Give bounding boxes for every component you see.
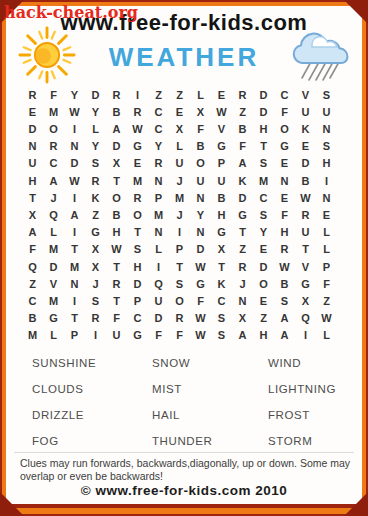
grid-cell-r9c14[interactable]: U: [295, 224, 316, 241]
grid-cell-r9c1[interactable]: A: [22, 224, 43, 241]
grid-cell-r4c5[interactable]: D: [106, 138, 127, 155]
grid-cell-r4c6[interactable]: G: [127, 138, 148, 155]
grid-cell-r1c4[interactable]: D: [85, 86, 106, 103]
grid-cell-r13c3[interactable]: I: [64, 292, 85, 309]
grid-cell-r11c10[interactable]: T: [211, 258, 232, 275]
grid-cell-r15c9[interactable]: W: [190, 327, 211, 344]
word-list-column-2: SNOWMISTHAILTHUNDER: [152, 350, 268, 454]
grid-cell-r15c1[interactable]: M: [22, 327, 43, 344]
grid-cell-r10c7[interactable]: L: [148, 241, 169, 258]
grid-cell-r5c11[interactable]: A: [232, 155, 253, 172]
grid-cell-r12c10[interactable]: K: [211, 275, 232, 292]
grid-cell-r12c5[interactable]: R: [106, 275, 127, 292]
grid-cell-r8c6[interactable]: O: [127, 206, 148, 223]
grid-cell-r13c1[interactable]: C: [22, 292, 43, 309]
word-list-column-1: SUNSHINECLOUDSDRIZZLEFOG: [32, 350, 152, 454]
grid-cell-r8c1[interactable]: X: [22, 206, 43, 223]
word-list-column-3: WINDLIGHTNINGFROSTSTORM: [268, 350, 352, 454]
grid-cell-r12c1[interactable]: Z: [22, 275, 43, 292]
grid-cell-r5c2[interactable]: C: [43, 155, 64, 172]
grid-cell-r14c7[interactable]: D: [148, 310, 169, 327]
word-fog: FOG: [32, 428, 152, 454]
grid-cell-r9c3[interactable]: I: [64, 224, 85, 241]
grid-cell-r11c3[interactable]: M: [64, 258, 85, 275]
grid-cell-r11c8[interactable]: T: [169, 258, 190, 275]
grid-cell-r9c10[interactable]: G: [211, 224, 232, 241]
grid-cell-r1c2[interactable]: F: [43, 86, 64, 103]
grid-cell-r10c6[interactable]: S: [127, 241, 148, 258]
grid-cell-r10c12[interactable]: E: [253, 241, 274, 258]
grid-cell-r2c14[interactable]: U: [295, 103, 316, 120]
grid-cell-r12c12[interactable]: O: [253, 275, 274, 292]
grid-cell-r9c12[interactable]: Y: [253, 224, 274, 241]
grid-cell-r15c10[interactable]: S: [211, 327, 232, 344]
word-wind: WIND: [268, 350, 352, 376]
grid-cell-r7c2[interactable]: J: [43, 189, 64, 206]
grid-cell-r14c4[interactable]: R: [85, 310, 106, 327]
grid-cell-r2c4[interactable]: Y: [85, 103, 106, 120]
grid-cell-r8c5[interactable]: B: [106, 206, 127, 223]
grid-cell-r7c7[interactable]: P: [148, 189, 169, 206]
grid-cell-r7c9[interactable]: N: [190, 189, 211, 206]
grid-cell-r3c14[interactable]: K: [295, 120, 316, 137]
framed-page: www.free-for-kids.com WEATHER: [0, 0, 368, 516]
grid-cell-r1c1[interactable]: R: [22, 86, 43, 103]
grid-cell-r12c13[interactable]: B: [274, 275, 295, 292]
grid-cell-r2c10[interactable]: W: [211, 103, 232, 120]
corner-fold-bottom-left: [0, 492, 24, 516]
grid-cell-r10c8[interactable]: P: [169, 241, 190, 258]
grid-cell-r14c6[interactable]: C: [127, 310, 148, 327]
word-storm: STORM: [268, 428, 352, 454]
grid-cell-r8c13[interactable]: F: [274, 206, 295, 223]
grid-cell-r2c2[interactable]: M: [43, 103, 64, 120]
grid-cell-r7c12[interactable]: C: [253, 189, 274, 206]
grid-cell-r9c13[interactable]: H: [274, 224, 295, 241]
grid-cell-r6c4[interactable]: R: [85, 172, 106, 189]
grid-cell-r14c5[interactable]: F: [106, 310, 127, 327]
grid-cell-r3c4[interactable]: L: [85, 120, 106, 137]
grid-cell-r5c4[interactable]: S: [85, 155, 106, 172]
grid-cell-r3c6[interactable]: W: [127, 120, 148, 137]
grid-cell-r8c11[interactable]: G: [232, 206, 253, 223]
grid-cell-r8c4[interactable]: Z: [85, 206, 106, 223]
grid-cell-r3c3[interactable]: I: [64, 120, 85, 137]
grid-cell-r8c15[interactable]: E: [316, 206, 337, 223]
grid-cell-r1c15[interactable]: S: [316, 86, 337, 103]
grid-cell-r12c3[interactable]: N: [64, 275, 85, 292]
grid-cell-r10c14[interactable]: T: [295, 241, 316, 258]
grid-cell-r15c7[interactable]: F: [148, 327, 169, 344]
grid-cell-r6c1[interactable]: H: [22, 172, 43, 189]
grid-cell-r10c11[interactable]: Z: [232, 241, 253, 258]
grid-cell-r7c10[interactable]: B: [211, 189, 232, 206]
grid-cell-r7c15[interactable]: N: [316, 189, 337, 206]
grid-cell-r2c8[interactable]: E: [169, 103, 190, 120]
grid-cell-r5c6[interactable]: E: [127, 155, 148, 172]
grid-cell-r12c7[interactable]: Q: [148, 275, 169, 292]
grid-cell-r4c14[interactable]: E: [295, 138, 316, 155]
grid-cell-r5c9[interactable]: O: [190, 155, 211, 172]
grid-cell-r8c7[interactable]: M: [148, 206, 169, 223]
grid-cell-r4c8[interactable]: L: [169, 138, 190, 155]
grid-cell-r6c9[interactable]: U: [190, 172, 211, 189]
grid-cell-r6c12[interactable]: M: [253, 172, 274, 189]
grid-cell-r15c11[interactable]: A: [232, 327, 253, 344]
grid-cell-r1c6[interactable]: I: [127, 86, 148, 103]
grid-cell-r12c2[interactable]: V: [43, 275, 64, 292]
grid-cell-r3c2[interactable]: O: [43, 120, 64, 137]
grid-cell-r4c4[interactable]: Y: [85, 138, 106, 155]
grid-cell-r6c15[interactable]: I: [316, 172, 337, 189]
grid-cell-r4c12[interactable]: T: [253, 138, 274, 155]
word-hail: HAIL: [152, 402, 268, 428]
grid-cell-r3c1[interactable]: D: [22, 120, 43, 137]
word-clouds: CLOUDS: [32, 376, 152, 402]
grid-cell-r5c7[interactable]: R: [148, 155, 169, 172]
grid-cell-r11c9[interactable]: W: [190, 258, 211, 275]
grid-cell-r10c1[interactable]: F: [22, 241, 43, 258]
grid-cell-r8c8[interactable]: J: [169, 206, 190, 223]
grid-cell-r14c1[interactable]: B: [22, 310, 43, 327]
grid-cell-r2c1[interactable]: E: [22, 103, 43, 120]
grid-cell-r7c1[interactable]: T: [22, 189, 43, 206]
grid-cell-r11c1[interactable]: Q: [22, 258, 43, 275]
grid-cell-r3c12[interactable]: H: [253, 120, 274, 137]
word-thunder: THUNDER: [152, 428, 268, 454]
grid-cell-r2c9[interactable]: X: [190, 103, 211, 120]
grid-cell-r3c8[interactable]: X: [169, 120, 190, 137]
grid-cell-r4c9[interactable]: B: [190, 138, 211, 155]
grid-cell-r4c2[interactable]: R: [43, 138, 64, 155]
word-list: SUNSHINECLOUDSDRIZZLEFOGSNOWMISTHAILTHUN…: [32, 350, 352, 450]
grid-cell-r11c11[interactable]: R: [232, 258, 253, 275]
grid-cell-r5c8[interactable]: U: [169, 155, 190, 172]
grid-cell-r7c11[interactable]: D: [232, 189, 253, 206]
grid-cell-r9c2[interactable]: L: [43, 224, 64, 241]
grid-cell-r15c3[interactable]: P: [64, 327, 85, 344]
rain-cloud-icon: [288, 30, 354, 82]
grid-cell-r14c15[interactable]: W: [316, 310, 337, 327]
grid-cell-r7c13[interactable]: E: [274, 189, 295, 206]
grid-cell-r9c5[interactable]: H: [106, 224, 127, 241]
grid-cell-r10c13[interactable]: R: [274, 241, 295, 258]
grid-cell-r9c7[interactable]: N: [148, 224, 169, 241]
word-mist: MIST: [152, 376, 268, 402]
grid-cell-r6c14[interactable]: B: [295, 172, 316, 189]
grid-cell-r14c12[interactable]: Z: [253, 310, 274, 327]
grid-cell-r13c4[interactable]: S: [85, 292, 106, 309]
grid-cell-r11c5[interactable]: T: [106, 258, 127, 275]
grid-cell-r10c2[interactable]: M: [43, 241, 64, 258]
grid-cell-r13c6[interactable]: P: [127, 292, 148, 309]
grid-cell-r3c11[interactable]: B: [232, 120, 253, 137]
grid-cell-r1c11[interactable]: R: [232, 86, 253, 103]
grid-cell-r5c14[interactable]: D: [295, 155, 316, 172]
grid-cell-r7c6[interactable]: R: [127, 189, 148, 206]
grid-cell-r1c10[interactable]: E: [211, 86, 232, 103]
grid-cell-r1c14[interactable]: V: [295, 86, 316, 103]
grid-cell-r4c1[interactable]: N: [22, 138, 43, 155]
grid-cell-r10c10[interactable]: X: [211, 241, 232, 258]
grid-cell-r1c13[interactable]: C: [274, 86, 295, 103]
grid-cell-r3c10[interactable]: V: [211, 120, 232, 137]
grid-cell-r14c9[interactable]: W: [190, 310, 211, 327]
grid-cell-r15c14[interactable]: I: [295, 327, 316, 344]
grid-cell-r13c2[interactable]: M: [43, 292, 64, 309]
grid-cell-r5c10[interactable]: P: [211, 155, 232, 172]
copyright-line: © www.free-for-kids.com 2010: [6, 483, 362, 498]
grid-cell-r11c12[interactable]: D: [253, 258, 274, 275]
grid-cell-r10c9[interactable]: D: [190, 241, 211, 258]
grid-cell-r8c2[interactable]: Q: [43, 206, 64, 223]
grid-cell-r2c3[interactable]: W: [64, 103, 85, 120]
puzzle-page: www.free-for-kids.com WEATHER: [2, 2, 366, 514]
grid-cell-r11c2[interactable]: D: [43, 258, 64, 275]
grid-cell-r7c14[interactable]: W: [295, 189, 316, 206]
grid-cell-r12c8[interactable]: S: [169, 275, 190, 292]
word-lightning: LIGHTNING: [268, 376, 352, 402]
grid-cell-r4c7[interactable]: Y: [148, 138, 169, 155]
grid-cell-r14c3[interactable]: T: [64, 310, 85, 327]
grid-cell-r9c15[interactable]: L: [316, 224, 337, 241]
grid-cell-r13c13[interactable]: S: [274, 292, 295, 309]
grid-cell-r8c14[interactable]: R: [295, 206, 316, 223]
grid-cell-r6c8[interactable]: J: [169, 172, 190, 189]
grid-cell-r15c6[interactable]: G: [127, 327, 148, 344]
grid-cell-r14c14[interactable]: Q: [295, 310, 316, 327]
grid-cell-r10c3[interactable]: T: [64, 241, 85, 258]
grid-cell-r11c7[interactable]: I: [148, 258, 169, 275]
grid-cell-r1c8[interactable]: Z: [169, 86, 190, 103]
grid-cell-r7c8[interactable]: M: [169, 189, 190, 206]
grid-cell-r12c4[interactable]: J: [85, 275, 106, 292]
corner-fold-bottom-right: [344, 492, 368, 516]
grid-cell-r2c7[interactable]: C: [148, 103, 169, 120]
sun-icon: [18, 26, 76, 84]
grid-cell-r9c9[interactable]: N: [190, 224, 211, 241]
word-snow: SNOW: [152, 350, 268, 376]
grid-cell-r3c7[interactable]: C: [148, 120, 169, 137]
grid-cell-r1c5[interactable]: R: [106, 86, 127, 103]
grid-cell-r8c12[interactable]: S: [253, 206, 274, 223]
grid-cell-r4c10[interactable]: G: [211, 138, 232, 155]
grid-cell-r4c11[interactable]: F: [232, 138, 253, 155]
grid-cell-r5c3[interactable]: D: [64, 155, 85, 172]
grid-cell-r15c13[interactable]: A: [274, 327, 295, 344]
grid-cell-r11c4[interactable]: X: [85, 258, 106, 275]
grid-cell-r9c8[interactable]: I: [169, 224, 190, 241]
grid-cell-r5c5[interactable]: X: [106, 155, 127, 172]
grid-cell-r11c14[interactable]: V: [295, 258, 316, 275]
grid-cell-r10c15[interactable]: L: [316, 241, 337, 258]
grid-cell-r13c11[interactable]: N: [232, 292, 253, 309]
grid-cell-r1c7[interactable]: Z: [148, 86, 169, 103]
grid-cell-r15c8[interactable]: F: [169, 327, 190, 344]
grid-cell-r1c3[interactable]: Y: [64, 86, 85, 103]
grid-cell-r13c8[interactable]: O: [169, 292, 190, 309]
grid-cell-r15c15[interactable]: L: [316, 327, 337, 344]
grid-cell-r7c4[interactable]: K: [85, 189, 106, 206]
footer-separator: [14, 452, 354, 453]
grid-cell-r12c9[interactable]: G: [190, 275, 211, 292]
grid-cell-r2c12[interactable]: D: [253, 103, 274, 120]
grid-cell-r12c15[interactable]: F: [316, 275, 337, 292]
grid-cell-r4c13[interactable]: G: [274, 138, 295, 155]
instructions-line-2: overlap or even be backwards!: [20, 470, 358, 483]
grid-cell-r12c14[interactable]: G: [295, 275, 316, 292]
grid-cell-r12c11[interactable]: J: [232, 275, 253, 292]
word-grid: RFYDRIZZLERDCVSEMWYBRCEXWZDFUUDOILAWCXFV…: [22, 86, 337, 344]
grid-cell-r10c5[interactable]: W: [106, 241, 127, 258]
grid-cell-r14c2[interactable]: G: [43, 310, 64, 327]
grid-cell-r13c12[interactable]: E: [253, 292, 274, 309]
word-drizzle: DRIZZLE: [32, 402, 152, 428]
grid-cell-r13c9[interactable]: F: [190, 292, 211, 309]
grid-cell-r14c10[interactable]: S: [211, 310, 232, 327]
grid-cell-r9c6[interactable]: T: [127, 224, 148, 241]
grid-cell-r15c4[interactable]: I: [85, 327, 106, 344]
grid-cell-r2c5[interactable]: B: [106, 103, 127, 120]
grid-cell-r11c13[interactable]: W: [274, 258, 295, 275]
word-sunshine: SUNSHINE: [32, 350, 152, 376]
grid-cell-r7c5[interactable]: O: [106, 189, 127, 206]
grid-cell-r13c10[interactable]: C: [211, 292, 232, 309]
grid-cell-r3c13[interactable]: O: [274, 120, 295, 137]
grid-cell-r6c7[interactable]: N: [148, 172, 169, 189]
grid-cell-r8c10[interactable]: H: [211, 206, 232, 223]
grid-cell-r2c13[interactable]: F: [274, 103, 295, 120]
grid-cell-r6c10[interactable]: U: [211, 172, 232, 189]
grid-cell-r2c6[interactable]: R: [127, 103, 148, 120]
grid-cell-r3c15[interactable]: N: [316, 120, 337, 137]
instructions-note: Clues may run forwards, backwards,diagon…: [20, 457, 358, 482]
grid-cell-r6c13[interactable]: N: [274, 172, 295, 189]
grid-cell-r15c5[interactable]: U: [106, 327, 127, 344]
grid-cell-r13c15[interactable]: Z: [316, 292, 337, 309]
grid-cell-r5c1[interactable]: U: [22, 155, 43, 172]
grid-cell-r14c8[interactable]: R: [169, 310, 190, 327]
grid-cell-r6c5[interactable]: T: [106, 172, 127, 189]
grid-cell-r9c11[interactable]: T: [232, 224, 253, 241]
grid-cell-r9c4[interactable]: G: [85, 224, 106, 241]
grid-cell-r3c9[interactable]: F: [190, 120, 211, 137]
grid-cell-r14c11[interactable]: X: [232, 310, 253, 327]
grid-cell-r14c13[interactable]: A: [274, 310, 295, 327]
grid-cell-r10c4[interactable]: X: [85, 241, 106, 258]
grid-cell-r12c6[interactable]: D: [127, 275, 148, 292]
grid-cell-r2c15[interactable]: U: [316, 103, 337, 120]
grid-cell-r6c11[interactable]: K: [232, 172, 253, 189]
hack-cheat-watermark: hack-cheat.org: [4, 3, 138, 22]
instructions-line-1: Clues may run forwards, backwards,diagon…: [20, 457, 358, 470]
grid-cell-r5c13[interactable]: E: [274, 155, 295, 172]
grid-cell-r6c6[interactable]: M: [127, 172, 148, 189]
word-frost: FROST: [268, 402, 352, 428]
grid-cell-r13c5[interactable]: T: [106, 292, 127, 309]
grid-cell-r15c12[interactable]: H: [253, 327, 274, 344]
grid-cell-r11c15[interactable]: P: [316, 258, 337, 275]
grid-cell-r7c3[interactable]: I: [64, 189, 85, 206]
grid-cell-r4c15[interactable]: S: [316, 138, 337, 155]
grid-cell-r1c12[interactable]: D: [253, 86, 274, 103]
grid-cell-r2c11[interactable]: Z: [232, 103, 253, 120]
grid-cell-r6c3[interactable]: W: [64, 172, 85, 189]
grid-cell-r8c9[interactable]: Y: [190, 206, 211, 223]
grid-cell-r3c5[interactable]: A: [106, 120, 127, 137]
grid-cell-r8c3[interactable]: A: [64, 206, 85, 223]
grid-cell-r1c9[interactable]: L: [190, 86, 211, 103]
grid-cell-r5c15[interactable]: H: [316, 155, 337, 172]
grid-cell-r6c2[interactable]: A: [43, 172, 64, 189]
grid-cell-r13c14[interactable]: X: [295, 292, 316, 309]
grid-cell-r4c3[interactable]: N: [64, 138, 85, 155]
grid-cell-r15c2[interactable]: L: [43, 327, 64, 344]
corner-fold-top-right: [344, 0, 368, 24]
grid-cell-r13c7[interactable]: U: [148, 292, 169, 309]
grid-cell-r11c6[interactable]: H: [127, 258, 148, 275]
grid-cell-r5c12[interactable]: S: [253, 155, 274, 172]
